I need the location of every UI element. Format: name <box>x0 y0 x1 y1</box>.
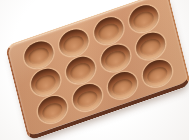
muffin-cup <box>98 41 133 76</box>
muffin-cup <box>56 25 91 60</box>
muffin-cup-grid <box>17 0 178 130</box>
muffin-cup-bottom <box>97 21 121 42</box>
muffin-cup <box>35 93 70 128</box>
muffin-cup-bottom <box>40 100 64 121</box>
muffin-cup <box>91 13 126 48</box>
muffin-cup-bottom <box>33 73 57 94</box>
muffin-cup-bottom <box>27 45 51 66</box>
muffin-cup-bottom <box>75 88 99 109</box>
muffin-cup <box>21 37 56 72</box>
muffin-cup-bottom <box>138 36 162 57</box>
muffin-cup-bottom <box>68 61 92 82</box>
muffin-cup <box>63 53 98 88</box>
muffin-cup-bottom <box>145 64 169 85</box>
muffin-cup <box>28 65 63 100</box>
muffin-cup <box>126 1 161 36</box>
photo-background <box>0 0 189 140</box>
muffin-cup <box>133 29 168 64</box>
muffin-cup-bottom <box>103 49 127 70</box>
muffin-cup-bottom <box>62 33 86 54</box>
muffin-pan <box>5 0 189 140</box>
muffin-cup-bottom <box>132 9 156 30</box>
muffin-cup <box>140 56 175 91</box>
muffin-cup <box>105 69 140 104</box>
muffin-cup-bottom <box>110 76 134 97</box>
muffin-cup <box>70 81 105 116</box>
